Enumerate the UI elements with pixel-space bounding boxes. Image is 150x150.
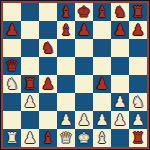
black-knight-g8: ♞ [113, 3, 126, 21]
square-e7[interactable]: ♟ [75, 21, 93, 39]
white-bishop-f1: ♝ [95, 129, 108, 147]
square-e2[interactable]: ♟ [75, 111, 93, 129]
square-b5[interactable] [21, 57, 39, 75]
white-pawn-h2: ♟ [131, 111, 144, 129]
square-h5[interactable] [129, 57, 147, 75]
square-b8[interactable] [21, 3, 39, 21]
white-pawn-e2: ♟ [77, 111, 90, 129]
square-g7[interactable]: ♟ [111, 21, 129, 39]
square-g8[interactable]: ♞ [111, 3, 129, 21]
square-g6[interactable] [111, 39, 129, 57]
square-b4[interactable]: ♜ [21, 75, 39, 93]
square-c3[interactable] [39, 93, 57, 111]
white-king-e1: ♚ [77, 129, 90, 147]
square-d8[interactable]: ♝ [57, 3, 75, 21]
black-bishop-c1: ♝ [41, 129, 54, 147]
black-rook-h1: ♜ [131, 129, 144, 147]
black-queen-a5: ♛ [5, 57, 18, 75]
square-g5[interactable] [111, 57, 129, 75]
square-c2[interactable] [39, 111, 57, 129]
white-pawn-b3: ♟ [23, 93, 36, 111]
square-c5[interactable] [39, 57, 57, 75]
square-d7[interactable]: ♝ [57, 21, 75, 39]
white-rook-a1: ♜ [5, 129, 18, 147]
square-g2[interactable]: ♟ [111, 111, 129, 129]
square-e4[interactable] [75, 75, 93, 93]
white-pawn-g3: ♟ [113, 93, 126, 111]
square-e8[interactable]: ♚ [75, 3, 93, 21]
black-pawn-f4: ♟ [95, 75, 108, 93]
square-h4[interactable] [129, 75, 147, 93]
square-e6[interactable] [75, 39, 93, 57]
square-d3[interactable] [57, 93, 75, 111]
square-g3[interactable]: ♟ [111, 93, 129, 111]
square-a6[interactable] [3, 39, 21, 57]
square-a2[interactable] [3, 111, 21, 129]
square-c6[interactable]: ♞ [39, 39, 57, 57]
square-d2[interactable]: ♟ [57, 111, 75, 129]
white-knight-a4: ♞ [5, 75, 18, 93]
black-bishop-f8: ♝ [95, 3, 108, 21]
square-f5[interactable] [93, 57, 111, 75]
square-e1[interactable]: ♚ [75, 129, 93, 147]
square-c1[interactable]: ♝ [39, 129, 57, 147]
black-bishop-d8: ♝ [59, 3, 72, 21]
square-e5[interactable] [75, 57, 93, 75]
square-f1[interactable]: ♝ [93, 129, 111, 147]
white-knight-h3: ♞ [131, 93, 144, 111]
square-h3[interactable]: ♞ [129, 93, 147, 111]
square-a5[interactable]: ♛ [3, 57, 21, 75]
square-f4[interactable]: ♟ [93, 75, 111, 93]
black-pawn-a7: ♟ [5, 21, 18, 39]
black-bishop-d7: ♝ [59, 21, 72, 39]
black-rook-b4: ♜ [23, 75, 36, 93]
square-c7[interactable] [39, 21, 57, 39]
square-a3[interactable] [3, 93, 21, 111]
square-f6[interactable] [93, 39, 111, 57]
white-pawn-d2: ♟ [59, 111, 72, 129]
square-d1[interactable]: ♛ [57, 129, 75, 147]
square-a7[interactable]: ♟ [3, 21, 21, 39]
square-a8[interactable] [3, 3, 21, 21]
square-c4[interactable]: ♟ [39, 75, 57, 93]
black-king-e8: ♚ [77, 3, 90, 21]
square-a1[interactable]: ♜ [3, 129, 21, 147]
square-b2[interactable] [21, 111, 39, 129]
square-f3[interactable] [93, 93, 111, 111]
square-c8[interactable] [39, 3, 57, 21]
square-h1[interactable]: ♜ [129, 129, 147, 147]
white-queen-d1: ♛ [59, 129, 72, 147]
square-b1[interactable]: ♟ [21, 129, 39, 147]
square-g4[interactable] [111, 75, 129, 93]
black-pawn-h7: ♟ [131, 21, 144, 39]
square-f2[interactable]: ♟ [93, 111, 111, 129]
square-f8[interactable]: ♝ [93, 3, 111, 21]
square-h7[interactable]: ♟ [129, 21, 147, 39]
square-b7[interactable] [21, 21, 39, 39]
square-d6[interactable] [57, 39, 75, 57]
white-pawn-g2: ♟ [113, 111, 126, 129]
white-pawn-f2: ♟ [95, 111, 108, 129]
board-frame: ♝♚♝♞♜♟♝♟♟♟♞♛♞♜♟♟♟♟♞♟♟♟♟♟♜♟♝♛♚♝♜ [0, 0, 150, 150]
square-b3[interactable]: ♟ [21, 93, 39, 111]
chess-board: ♝♚♝♞♜♟♝♟♟♟♞♛♞♜♟♟♟♟♞♟♟♟♟♟♜♟♝♛♚♝♜ [3, 3, 147, 147]
black-pawn-c4: ♟ [41, 75, 54, 93]
square-g1[interactable] [111, 129, 129, 147]
square-h2[interactable]: ♟ [129, 111, 147, 129]
black-rook-h8: ♜ [131, 3, 144, 21]
black-pawn-e7: ♟ [77, 21, 90, 39]
square-h6[interactable] [129, 39, 147, 57]
square-a4[interactable]: ♞ [3, 75, 21, 93]
black-pawn-g7: ♟ [113, 21, 126, 39]
square-f7[interactable] [93, 21, 111, 39]
white-pawn-b1: ♟ [23, 129, 36, 147]
square-d4[interactable] [57, 75, 75, 93]
black-knight-c6: ♞ [41, 39, 54, 57]
square-h8[interactable]: ♜ [129, 3, 147, 21]
square-d5[interactable] [57, 57, 75, 75]
square-e3[interactable] [75, 93, 93, 111]
square-b6[interactable] [21, 39, 39, 57]
